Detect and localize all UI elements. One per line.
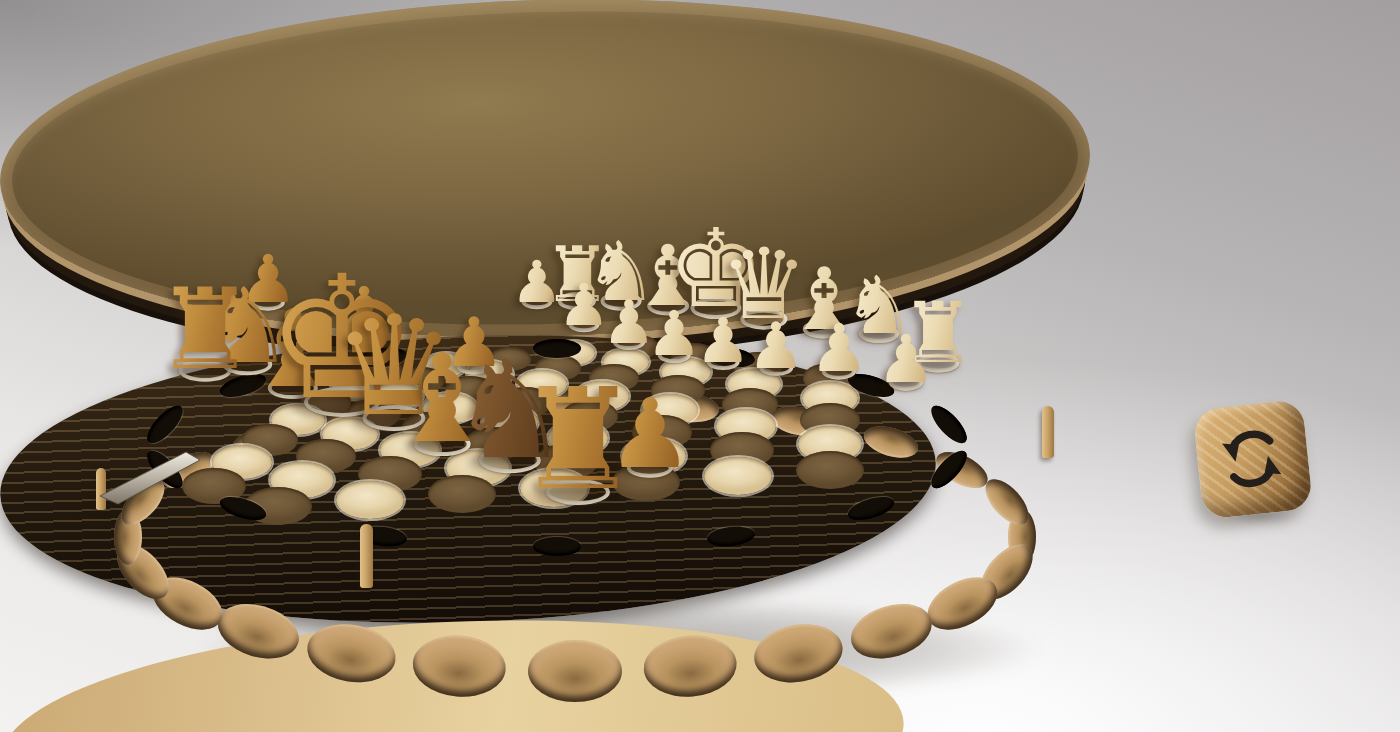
dark-rook[interactable]: ♜ [155,273,255,385]
light-pawn[interactable]: ♟ [695,310,751,372]
light-pawn[interactable]: ♟ [646,303,702,365]
rim-slot [926,401,973,449]
light-pawn[interactable]: ♟ [747,314,804,378]
wooden-peg[interactable] [1042,406,1054,458]
die-top-face [1192,399,1313,520]
board-cell[interactable] [704,457,772,495]
round-chess-scene: ♜♞♟♝♚♟♛♝♟♞♜♟♟♜♞♝♚♛♝♞♜♟♟♟♟♟♟♟ [0,0,1400,732]
light-pawn[interactable]: ♟ [809,316,868,382]
metal-pointer[interactable] [98,446,216,508]
wooden-peg[interactable] [360,524,373,588]
rotation-die[interactable] [1192,398,1319,524]
ring-hole [528,640,622,702]
rim-slot [533,537,581,556]
board-cell[interactable] [336,481,404,519]
board-cell[interactable] [796,451,864,489]
rotate-arrows-icon [1207,413,1297,503]
dark-rook[interactable]: ♜ [515,370,641,510]
light-pawn[interactable]: ♟ [876,327,935,393]
